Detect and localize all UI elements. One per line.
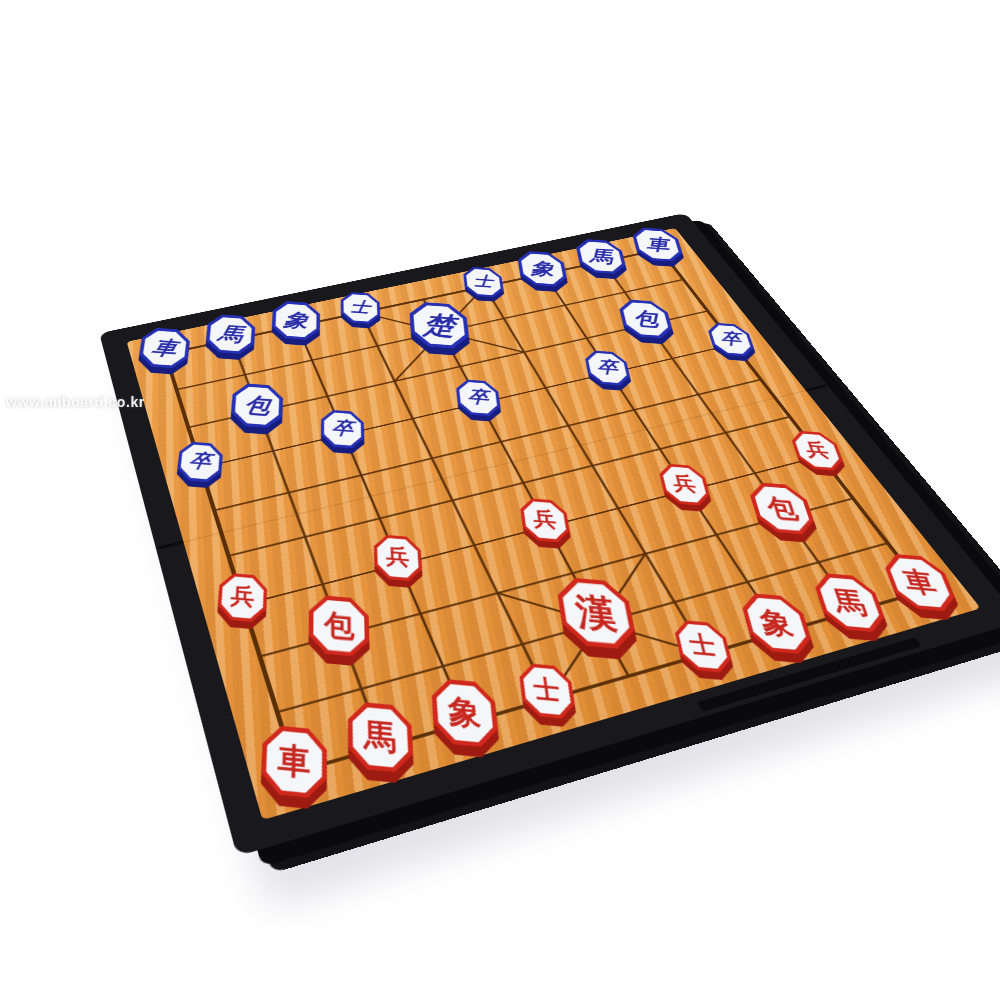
piece-glyph-general: 楚 <box>422 312 455 339</box>
piece-glyph-soldier: 兵 <box>803 440 832 460</box>
piece-blue-horse-f8r1[interactable]: 馬 <box>574 238 630 280</box>
piece-blue-soldier-f7r4[interactable]: 卒 <box>583 350 634 392</box>
watermark: www.miboard.co.kr <box>6 394 145 410</box>
piece-glyph-horse: 馬 <box>217 324 245 345</box>
piece-glyph-guard: 士 <box>349 300 370 316</box>
piece-blue-guard-f6r1[interactable]: 士 <box>462 266 505 302</box>
piece-red-horse-f8r10[interactable]: 馬 <box>809 572 893 643</box>
piece-red-elephant-f7r10[interactable]: 象 <box>738 592 820 665</box>
piece-glyph-soldier: 兵 <box>532 509 558 531</box>
janggi-board: 車馬象士士象馬車楚包包卒卒卒卒卒兵兵兵兵兵包包漢車馬象士士象馬車 <box>99 213 1000 857</box>
pieces-layer: 車馬象士士象馬車楚包包卒卒卒卒卒兵兵兵兵兵包包漢車馬象士士象馬車 <box>127 228 981 820</box>
piece-glyph-horse: 馬 <box>588 247 613 265</box>
piece-blue-cannon-f8r3[interactable]: 包 <box>616 299 676 345</box>
piece-glyph-cannon: 包 <box>324 610 354 642</box>
piece-glyph-soldier: 兵 <box>230 585 255 610</box>
piece-red-soldier-f3r7[interactable]: 兵 <box>373 534 423 590</box>
piece-blue-soldier-f9r4[interactable]: 卒 <box>705 322 759 362</box>
piece-glyph-elephant: 象 <box>447 695 482 731</box>
piece-red-soldier-f7r7[interactable]: 兵 <box>657 463 715 513</box>
piece-red-chariot-f1r10[interactable]: 車 <box>260 724 327 811</box>
piece-glyph-elephant: 象 <box>283 310 310 330</box>
piece-glyph-soldier: 兵 <box>386 546 410 569</box>
piece-blue-horse-f2r1[interactable]: 馬 <box>205 313 257 361</box>
piece-glyph-chariot: 車 <box>150 337 179 358</box>
piece-glyph-horse: 馬 <box>364 718 398 755</box>
piece-red-soldier-f1r7[interactable]: 兵 <box>216 572 268 631</box>
piece-blue-general-f5r2[interactable]: 楚 <box>409 301 472 357</box>
piece-glyph-chariot: 車 <box>277 742 310 780</box>
piece-red-soldier-f9r7[interactable]: 兵 <box>788 430 850 478</box>
piece-glyph-cannon: 包 <box>763 495 800 522</box>
piece-glyph-soldier: 卒 <box>331 419 354 438</box>
piece-blue-guard-f4r1[interactable]: 士 <box>340 291 380 329</box>
piece-glyph-cannon: 包 <box>243 394 272 417</box>
piece-glyph-soldier: 卒 <box>187 452 213 472</box>
piece-red-general-f5r9[interactable]: 漢 <box>554 576 641 661</box>
piece-glyph-chariot: 車 <box>899 567 940 597</box>
piece-glyph-cannon: 包 <box>632 309 659 329</box>
piece-face: 兵 <box>792 433 843 469</box>
piece-glyph-guard: 士 <box>532 677 561 705</box>
piece-glyph-guard: 士 <box>687 633 718 659</box>
piece-red-guard-f4r10[interactable]: 士 <box>517 662 578 728</box>
piece-glyph-horse: 馬 <box>829 587 869 618</box>
piece-glyph-guard: 士 <box>473 274 492 289</box>
frame-fold-seam <box>158 540 186 550</box>
piece-glyph-elephant: 象 <box>530 259 554 277</box>
piece-glyph-chariot: 車 <box>645 236 670 254</box>
piece-red-chariot-f9r10[interactable]: 車 <box>879 553 966 622</box>
piece-blue-soldier-f1r4[interactable]: 卒 <box>175 441 223 489</box>
piece-blue-elephant-f3r1[interactable]: 象 <box>271 300 320 347</box>
piece-blue-chariot-f9r1[interactable]: 車 <box>630 227 687 268</box>
piece-glyph-soldier: 卒 <box>719 331 742 348</box>
piece-blue-elephant-f7r1[interactable]: 象 <box>516 250 570 293</box>
piece-red-horse-f2r10[interactable]: 馬 <box>348 700 416 784</box>
board-frame: 車馬象士士象馬車楚包包卒卒卒卒卒兵兵兵兵兵包包漢車馬象士士象馬車 <box>99 213 1000 857</box>
piece-red-soldier-f5r7[interactable]: 兵 <box>518 497 573 550</box>
piece-blue-chariot-f1r1[interactable]: 車 <box>136 327 191 376</box>
board-surface: 車馬象士士象馬車楚包包卒卒卒卒卒兵兵兵兵兵包包漢車馬象士士象馬車 <box>127 228 981 820</box>
piece-red-cannon-f2r8[interactable]: 包 <box>309 594 371 667</box>
piece-blue-cannon-f2r3[interactable]: 包 <box>230 382 284 435</box>
piece-face: 馬 <box>815 576 885 629</box>
piece-blue-soldier-f3r4[interactable]: 卒 <box>321 409 365 455</box>
piece-glyph-general: 漢 <box>573 592 619 633</box>
piece-red-guard-f6r10[interactable]: 士 <box>671 619 737 682</box>
piece-glyph-soldier: 兵 <box>671 474 699 495</box>
piece-glyph-elephant: 象 <box>757 607 797 639</box>
piece-blue-soldier-f5r4[interactable]: 卒 <box>455 379 503 423</box>
product-photo-scene: 車馬象士士象馬車楚包包卒卒卒卒卒兵兵兵兵兵包包漢車馬象士士象馬車 www.mib… <box>0 0 1000 1000</box>
piece-glyph-soldier: 卒 <box>467 388 488 406</box>
piece-red-elephant-f3r10[interactable]: 象 <box>430 677 501 759</box>
piece-red-cannon-f8r8[interactable]: 包 <box>746 482 822 544</box>
piece-glyph-soldier: 卒 <box>596 359 618 377</box>
